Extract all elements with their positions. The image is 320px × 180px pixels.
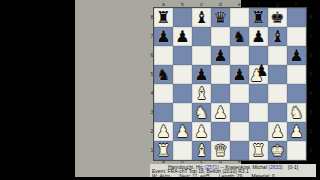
square-a6 <box>154 46 173 65</box>
square-g7: ♝ <box>268 27 287 46</box>
square-b2: ♟ <box>173 122 192 141</box>
piece-bN-a5: ♞ <box>154 65 173 84</box>
game-length: Length: 29 <box>219 174 243 177</box>
piece-wB-c4: ♝ <box>192 84 211 103</box>
square-f3 <box>249 103 268 122</box>
square-b1 <box>173 141 192 160</box>
square-b7: ♟ <box>173 27 192 46</box>
square-e3 <box>230 103 249 122</box>
piece-wP-g2: ♟ <box>268 122 287 141</box>
square-f2 <box>249 122 268 141</box>
piece-wR-f1: ♜ <box>249 141 268 160</box>
square-c2: ♟ <box>192 122 211 141</box>
square-g8: ♚ <box>268 8 287 27</box>
square-a7: ♟ <box>154 27 173 46</box>
piece-wQ-d1: ♛ <box>211 141 230 160</box>
square-h5 <box>287 65 306 84</box>
square-c1: ♝ <box>192 141 211 160</box>
square-d1: ♛ <box>211 141 230 160</box>
square-e8 <box>230 8 249 27</box>
square-g3 <box>268 103 287 122</box>
square-c6 <box>192 46 211 65</box>
square-h1 <box>287 141 306 160</box>
square-c5: ♟ <box>192 65 211 84</box>
square-g1: ♚ <box>268 141 287 160</box>
rank-label-right-6: 6 <box>309 46 313 65</box>
board-frame: abcdefgh abcdefgh 87654321 87654321 ♜♝♛♜… <box>75 0 241 177</box>
piece-bP-b7: ♟ <box>173 27 192 46</box>
square-g4 <box>268 84 287 103</box>
rank-label-right-5: 5 <box>309 65 313 84</box>
piece-wN-c3: ♞ <box>192 103 211 122</box>
square-a4 <box>154 84 173 103</box>
rank-label-right-7: 7 <box>309 27 313 46</box>
square-d4 <box>211 84 230 103</box>
square-h7 <box>287 27 306 46</box>
square-f5: ♟♟ <box>249 65 268 84</box>
square-d2 <box>211 122 230 141</box>
square-a2: ♟ <box>154 122 173 141</box>
piece-wP-h2: ♟ <box>287 122 306 141</box>
square-a5: ♞ <box>154 65 173 84</box>
square-h3: ♞ <box>287 103 306 122</box>
square-a8: ♜ <box>154 8 173 27</box>
square-b3 <box>173 103 192 122</box>
square-h6: ♟ <box>287 46 306 65</box>
rank-label-right-4: 4 <box>309 84 313 103</box>
square-d8: ♛ <box>211 8 230 27</box>
square-h4 <box>287 84 306 103</box>
clock-info: W: 4s/m <box>152 174 170 177</box>
square-e7: ♞ <box>230 27 249 46</box>
piece-wP-a2: ♟ <box>154 122 173 141</box>
rank-label-right-3: 3 <box>309 103 313 122</box>
piece-wP-d3: ♟ <box>211 103 230 122</box>
square-b5 <box>173 65 192 84</box>
square-f1: ♜ <box>249 141 268 160</box>
square-b8 <box>173 8 192 27</box>
square-d7 <box>211 27 230 46</box>
piece-wK-g1: ♚ <box>268 141 287 160</box>
rank-label-right-1: 1 <box>309 141 313 160</box>
square-a1: ♜ <box>154 141 173 160</box>
square-e4 <box>230 84 249 103</box>
piece-bP-a7: ♟ <box>154 27 173 46</box>
material-balance: Material: 0 <box>251 174 274 177</box>
black-player-rating: (2633) <box>268 164 282 170</box>
rank-label-right-8: 8 <box>309 8 313 27</box>
piece-bQ-d8: ♛ <box>211 8 230 27</box>
game-result: [0-1] <box>288 164 298 170</box>
piece-wR-a1: ♜ <box>154 141 173 160</box>
square-h2: ♟ <box>287 122 306 141</box>
square-f8: ♜ <box>249 8 268 27</box>
square-f4 <box>249 84 268 103</box>
square-c3: ♞ <box>192 103 211 122</box>
piece-wP-f5: ♟ <box>247 66 266 85</box>
square-c4: ♝ <box>192 84 211 103</box>
square-c7 <box>192 27 211 46</box>
square-d6: ♟ <box>211 46 230 65</box>
piece-wB-c1: ♝ <box>192 141 211 160</box>
piece-bP-h6: ♟ <box>287 46 306 65</box>
rank-label-right-2: 2 <box>309 122 313 141</box>
square-g2: ♟ <box>268 122 287 141</box>
square-e2 <box>230 122 249 141</box>
piece-bB-c8: ♝ <box>192 8 211 27</box>
square-e6 <box>230 46 249 65</box>
square-b6 <box>173 46 192 65</box>
piece-bK-g8: ♚ <box>268 8 287 27</box>
piece-wP-c2: ♟ <box>192 122 211 141</box>
piece-bP-f7: ♟ <box>249 27 268 46</box>
chess-board: ♜♝♛♜♚♟♟♞♟♝♟♟♞♟♟♟♟♝♞♟♞♟♟♟♟♟♜♝♛♜♚ <box>153 7 307 161</box>
piece-bB-g7: ♝ <box>268 27 287 46</box>
square-h8 <box>287 8 306 27</box>
square-c8: ♝ <box>192 8 211 27</box>
square-a3 <box>154 103 173 122</box>
next-move: Next: 11. exf5 <box>179 174 209 177</box>
status-line: W: 4s/m Next: 11. exf5 Length: 29 Materi… <box>150 174 316 177</box>
square-d5 <box>211 65 230 84</box>
square-f7: ♟ <box>249 27 268 46</box>
square-d3: ♟ <box>211 103 230 122</box>
piece-bN-e7: ♞ <box>230 27 249 46</box>
square-e1 <box>230 141 249 160</box>
piece-wP-b2: ♟ <box>173 122 192 141</box>
rank-labels-right: 87654321 <box>309 8 313 160</box>
piece-bP-c5: ♟ <box>192 65 211 84</box>
square-b4 <box>173 84 192 103</box>
piece-wN-h3: ♞ <box>287 103 306 122</box>
game-caption: Hamdouchi, Hic (2571) -- Krasenkow, Mich… <box>150 164 316 177</box>
piece-bP-d6: ♟ <box>211 46 230 65</box>
piece-bR-a8: ♜ <box>154 8 173 27</box>
piece-bR-f8: ♜ <box>249 8 268 27</box>
